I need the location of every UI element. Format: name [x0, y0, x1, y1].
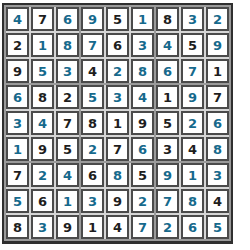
- cell-r7c7[interactable]: 9: [156, 163, 179, 187]
- cell-r3c7[interactable]: 6: [156, 59, 179, 83]
- cell-r5c7[interactable]: 5: [156, 111, 179, 135]
- cell-r5c2[interactable]: 4: [31, 111, 54, 135]
- cell-r6c2[interactable]: 9: [31, 137, 54, 161]
- cell-r8c3[interactable]: 1: [56, 189, 79, 213]
- cell-r8c4[interactable]: 3: [81, 189, 104, 213]
- box-7: 685392147: [81, 163, 154, 239]
- cell-r4c5[interactable]: 3: [106, 85, 129, 109]
- cell-r3c8[interactable]: 7: [181, 59, 204, 83]
- cell-r8c7[interactable]: 7: [156, 189, 179, 213]
- cell-r9c6[interactable]: 7: [131, 215, 154, 239]
- cell-r2c4[interactable]: 7: [81, 33, 104, 57]
- cell-r9c4[interactable]: 1: [81, 215, 104, 239]
- cell-r7c8[interactable]: 1: [181, 163, 204, 187]
- cell-r2c8[interactable]: 5: [181, 33, 204, 57]
- cell-r3c9[interactable]: 1: [206, 59, 229, 83]
- cell-r3c3[interactable]: 3: [56, 59, 79, 83]
- cell-r2c6[interactable]: 3: [131, 33, 154, 57]
- cell-r1c4[interactable]: 9: [81, 7, 104, 31]
- cell-r5c1[interactable]: 3: [6, 111, 29, 135]
- cell-r2c2[interactable]: 1: [31, 33, 54, 57]
- cell-r3c4[interactable]: 4: [81, 59, 104, 83]
- cell-r1c9[interactable]: 2: [206, 7, 229, 31]
- cell-r9c1[interactable]: 8: [6, 215, 29, 239]
- cell-r2c7[interactable]: 4: [156, 33, 179, 57]
- cell-r4c7[interactable]: 1: [156, 85, 179, 109]
- cell-r8c6[interactable]: 2: [131, 189, 154, 213]
- cell-r9c5[interactable]: 4: [106, 215, 129, 239]
- cell-r7c9[interactable]: 3: [206, 163, 229, 187]
- box-6: 724561839: [6, 163, 79, 239]
- cell-r7c6[interactable]: 5: [131, 163, 154, 187]
- cell-r1c7[interactable]: 8: [156, 7, 179, 31]
- cell-r6c3[interactable]: 5: [56, 137, 79, 161]
- cell-r5c3[interactable]: 7: [56, 111, 79, 135]
- cell-r7c3[interactable]: 4: [56, 163, 79, 187]
- cell-r6c8[interactable]: 4: [181, 137, 204, 161]
- box-2: 832459671: [156, 7, 229, 83]
- cell-r1c5[interactable]: 5: [106, 7, 129, 31]
- cell-r5c8[interactable]: 2: [181, 111, 204, 135]
- box-0: 476218953: [6, 7, 79, 83]
- cell-r6c9[interactable]: 8: [206, 137, 229, 161]
- cell-r8c1[interactable]: 5: [6, 189, 29, 213]
- cell-r4c2[interactable]: 8: [31, 85, 54, 109]
- cell-r4c9[interactable]: 7: [206, 85, 229, 109]
- cell-r6c1[interactable]: 1: [6, 137, 29, 161]
- cell-r5c4[interactable]: 8: [81, 111, 104, 135]
- cell-r3c5[interactable]: 2: [106, 59, 129, 83]
- box-1: 951763428: [81, 7, 154, 83]
- cell-r4c3[interactable]: 2: [56, 85, 79, 109]
- cell-r3c1[interactable]: 9: [6, 59, 29, 83]
- box-8: 913784265: [156, 163, 229, 239]
- cell-r7c5[interactable]: 8: [106, 163, 129, 187]
- cell-r2c1[interactable]: 2: [6, 33, 29, 57]
- cell-r2c9[interactable]: 9: [206, 33, 229, 57]
- cell-r1c8[interactable]: 3: [181, 7, 204, 31]
- cell-r1c2[interactable]: 7: [31, 7, 54, 31]
- cell-r4c8[interactable]: 9: [181, 85, 204, 109]
- cell-r7c2[interactable]: 2: [31, 163, 54, 187]
- cell-r8c5[interactable]: 9: [106, 189, 129, 213]
- cell-r5c6[interactable]: 9: [131, 111, 154, 135]
- box-3: 682347195: [6, 85, 79, 161]
- cell-r1c6[interactable]: 1: [131, 7, 154, 31]
- cell-r9c7[interactable]: 2: [156, 215, 179, 239]
- cell-r1c3[interactable]: 6: [56, 7, 79, 31]
- cell-r9c8[interactable]: 6: [181, 215, 204, 239]
- cell-r4c4[interactable]: 5: [81, 85, 104, 109]
- cell-r4c6[interactable]: 4: [131, 85, 154, 109]
- cell-r7c4[interactable]: 6: [81, 163, 104, 187]
- cell-r1c1[interactable]: 4: [6, 7, 29, 31]
- cell-r6c4[interactable]: 2: [81, 137, 104, 161]
- box-5: 197526348: [156, 85, 229, 161]
- cell-r9c3[interactable]: 9: [56, 215, 79, 239]
- cell-r7c1[interactable]: 7: [6, 163, 29, 187]
- cell-r8c2[interactable]: 6: [31, 189, 54, 213]
- cell-r8c8[interactable]: 8: [181, 189, 204, 213]
- cell-r9c9[interactable]: 5: [206, 215, 229, 239]
- cell-r3c6[interactable]: 8: [131, 59, 154, 83]
- cell-r9c2[interactable]: 3: [31, 215, 54, 239]
- cell-r2c5[interactable]: 6: [106, 33, 129, 57]
- cell-r5c5[interactable]: 1: [106, 111, 129, 135]
- cell-r6c7[interactable]: 3: [156, 137, 179, 161]
- cell-r2c3[interactable]: 8: [56, 33, 79, 57]
- cell-r6c6[interactable]: 6: [131, 137, 154, 161]
- cell-r4c1[interactable]: 6: [6, 85, 29, 109]
- cell-r3c2[interactable]: 5: [31, 59, 54, 83]
- box-4: 534819276: [81, 85, 154, 161]
- cell-r8c9[interactable]: 4: [206, 189, 229, 213]
- cell-r6c5[interactable]: 7: [106, 137, 129, 161]
- cell-r5c9[interactable]: 6: [206, 111, 229, 135]
- sudoku-board: 4762189539517634288324596716823471955348…: [2, 3, 233, 244]
